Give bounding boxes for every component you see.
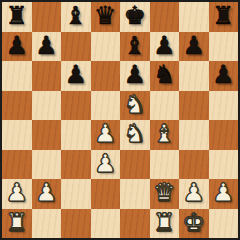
square-c8[interactable]: ♝: [61, 2, 91, 32]
square-h8[interactable]: ♜: [209, 2, 239, 32]
square-f8[interactable]: [150, 2, 180, 32]
piece-black-rook[interactable]: ♜: [212, 3, 234, 28]
square-d4[interactable]: ♟: [91, 120, 121, 150]
square-g8[interactable]: [179, 2, 209, 32]
square-e7[interactable]: ♝: [120, 32, 150, 62]
square-h4[interactable]: [209, 120, 239, 150]
piece-black-pawn[interactable]: ♟: [183, 33, 205, 58]
square-d6[interactable]: [91, 61, 121, 91]
square-e3[interactable]: [120, 150, 150, 180]
square-b4[interactable]: [32, 120, 62, 150]
chess-board: ♜♝♛♚♜♟♟♝♟♟♟♟♞♟♞♟♞♝♟♟♟♛♟♟♜♜♚: [0, 0, 240, 240]
piece-white-king[interactable]: ♚: [183, 210, 205, 235]
piece-black-bishop[interactable]: ♝: [124, 33, 146, 58]
piece-white-pawn[interactable]: ♟: [183, 180, 205, 205]
square-d7[interactable]: [91, 32, 121, 62]
square-g2[interactable]: ♟: [179, 179, 209, 209]
square-f7[interactable]: ♟: [150, 32, 180, 62]
square-a5[interactable]: [2, 91, 32, 121]
square-h6[interactable]: ♟: [209, 61, 239, 91]
square-e6[interactable]: ♟: [120, 61, 150, 91]
piece-black-king[interactable]: ♚: [124, 3, 146, 28]
square-c6[interactable]: ♟: [61, 61, 91, 91]
square-g3[interactable]: [179, 150, 209, 180]
square-h7[interactable]: [209, 32, 239, 62]
square-b3[interactable]: [32, 150, 62, 180]
piece-white-rook[interactable]: ♜: [153, 210, 175, 235]
piece-black-pawn[interactable]: ♟: [6, 33, 28, 58]
square-h1[interactable]: [209, 209, 239, 239]
piece-white-knight[interactable]: ♞: [124, 121, 146, 146]
square-e1[interactable]: [120, 209, 150, 239]
piece-white-pawn[interactable]: ♟: [212, 180, 234, 205]
square-f1[interactable]: ♜: [150, 209, 180, 239]
square-c1[interactable]: [61, 209, 91, 239]
square-h5[interactable]: [209, 91, 239, 121]
square-a4[interactable]: [2, 120, 32, 150]
piece-black-queen[interactable]: ♛: [94, 3, 116, 28]
piece-white-knight[interactable]: ♞: [124, 92, 146, 117]
square-b1[interactable]: [32, 209, 62, 239]
piece-black-knight[interactable]: ♞: [153, 62, 175, 87]
piece-black-pawn[interactable]: ♟: [65, 62, 87, 87]
square-g7[interactable]: ♟: [179, 32, 209, 62]
square-a3[interactable]: [2, 150, 32, 180]
square-d3[interactable]: ♟: [91, 150, 121, 180]
square-c3[interactable]: [61, 150, 91, 180]
square-d1[interactable]: [91, 209, 121, 239]
square-g5[interactable]: [179, 91, 209, 121]
square-b7[interactable]: ♟: [32, 32, 62, 62]
square-a7[interactable]: ♟: [2, 32, 32, 62]
piece-black-pawn[interactable]: ♟: [35, 33, 57, 58]
square-f3[interactable]: [150, 150, 180, 180]
square-e5[interactable]: ♞: [120, 91, 150, 121]
piece-black-pawn[interactable]: ♟: [124, 62, 146, 87]
square-c7[interactable]: [61, 32, 91, 62]
square-c2[interactable]: [61, 179, 91, 209]
square-c5[interactable]: [61, 91, 91, 121]
square-a2[interactable]: ♟: [2, 179, 32, 209]
square-f6[interactable]: ♞: [150, 61, 180, 91]
square-b5[interactable]: [32, 91, 62, 121]
square-f4[interactable]: ♝: [150, 120, 180, 150]
square-b6[interactable]: [32, 61, 62, 91]
piece-black-bishop[interactable]: ♝: [65, 3, 87, 28]
piece-white-pawn[interactable]: ♟: [6, 180, 28, 205]
square-d2[interactable]: [91, 179, 121, 209]
piece-black-rook[interactable]: ♜: [6, 3, 28, 28]
piece-white-rook[interactable]: ♜: [6, 210, 28, 235]
square-b2[interactable]: ♟: [32, 179, 62, 209]
piece-white-pawn[interactable]: ♟: [94, 151, 116, 176]
piece-black-pawn[interactable]: ♟: [212, 62, 234, 87]
square-a6[interactable]: [2, 61, 32, 91]
square-g6[interactable]: [179, 61, 209, 91]
square-h2[interactable]: ♟: [209, 179, 239, 209]
square-d5[interactable]: [91, 91, 121, 121]
piece-white-pawn[interactable]: ♟: [35, 180, 57, 205]
square-e8[interactable]: ♚: [120, 2, 150, 32]
square-h3[interactable]: [209, 150, 239, 180]
piece-white-bishop[interactable]: ♝: [153, 121, 175, 146]
square-g4[interactable]: [179, 120, 209, 150]
square-g1[interactable]: ♚: [179, 209, 209, 239]
square-f5[interactable]: [150, 91, 180, 121]
piece-white-queen[interactable]: ♛: [153, 180, 175, 205]
piece-black-pawn[interactable]: ♟: [153, 33, 175, 58]
square-d8[interactable]: ♛: [91, 2, 121, 32]
square-a8[interactable]: ♜: [2, 2, 32, 32]
square-f2[interactable]: ♛: [150, 179, 180, 209]
square-e2[interactable]: [120, 179, 150, 209]
square-a1[interactable]: ♜: [2, 209, 32, 239]
square-c4[interactable]: [61, 120, 91, 150]
square-e4[interactable]: ♞: [120, 120, 150, 150]
piece-white-pawn[interactable]: ♟: [94, 121, 116, 146]
square-b8[interactable]: [32, 2, 62, 32]
